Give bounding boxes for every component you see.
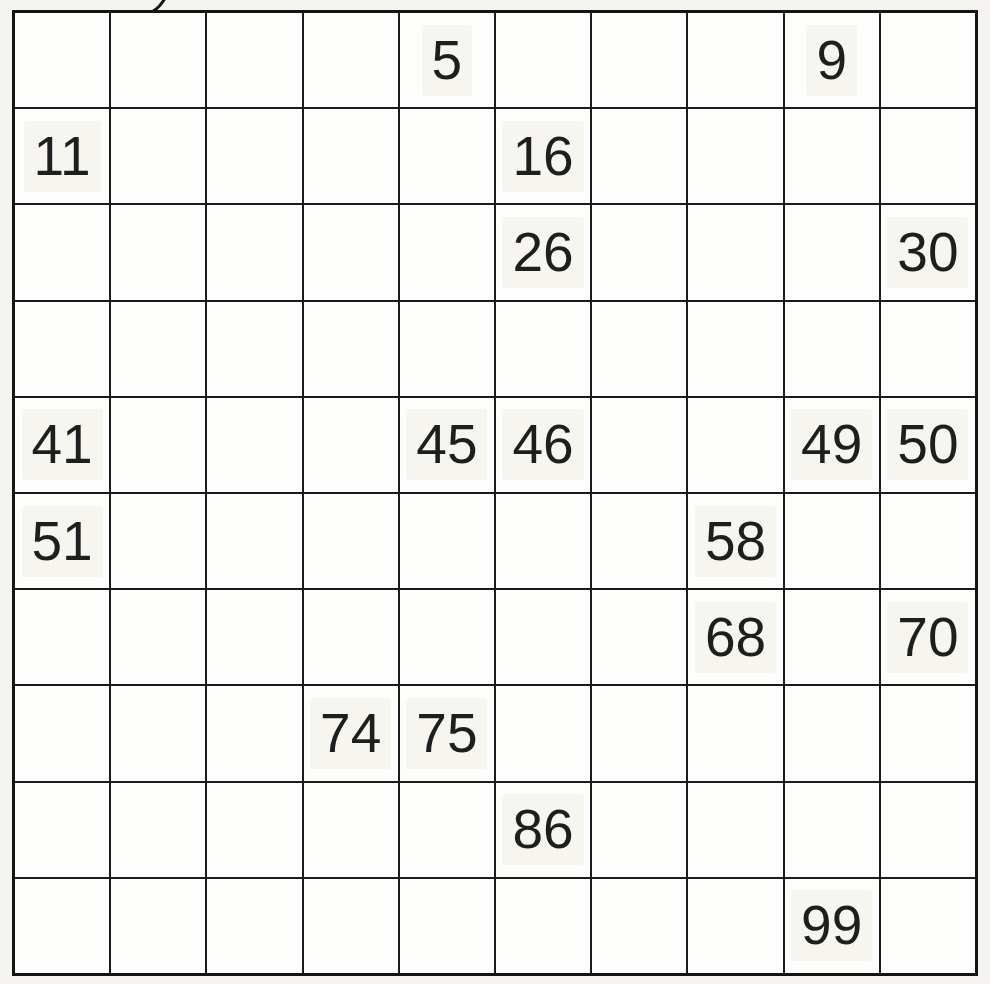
grid-cell-r1c2[interactable] [111,13,205,107]
grid-cell-r9c5[interactable] [400,783,494,877]
grid-cell-r10c5[interactable] [400,879,494,973]
grid-cell-r2c2[interactable] [111,109,205,203]
grid-cell-r10c10[interactable] [881,879,975,973]
grid-cell-r5c6: 46 [496,398,590,492]
given-number: 75 [406,698,487,769]
grid-cell-r2c4[interactable] [304,109,398,203]
grid-cell-r4c7[interactable] [592,302,686,396]
grid-cell-r10c6[interactable] [496,879,590,973]
grid-cell-r9c3[interactable] [207,783,301,877]
grid-cell-r7c3[interactable] [207,590,301,684]
given-number: 50 [887,409,968,480]
grid-cell-r2c9[interactable] [785,109,879,203]
given-number: 49 [791,409,872,480]
grid-cell-r1c4[interactable] [304,13,398,107]
grid-cell-r4c6[interactable] [496,302,590,396]
grid-cell-r1c3[interactable] [207,13,301,107]
grid-cell-r5c7[interactable] [592,398,686,492]
grid-cell-r6c9[interactable] [785,494,879,588]
grid-cell-r6c6[interactable] [496,494,590,588]
given-number: 30 [887,217,968,288]
grid-cell-r1c5: 5 [400,13,494,107]
given-number: 86 [502,794,583,865]
grid-cell-r6c1: 51 [15,494,109,588]
grid-cell-r3c3[interactable] [207,205,301,299]
grid-cell-r2c5[interactable] [400,109,494,203]
grid-cell-r5c8[interactable] [688,398,782,492]
grid-cell-r5c10: 50 [881,398,975,492]
grid-cell-r2c10[interactable] [881,109,975,203]
given-number: 99 [791,890,872,961]
grid-cell-r2c3[interactable] [207,109,301,203]
grid-cell-r1c10[interactable] [881,13,975,107]
grid-cell-r5c1: 41 [15,398,109,492]
grid-cell-r10c8[interactable] [688,879,782,973]
grid-cell-r7c5[interactable] [400,590,494,684]
grid-cell-r5c3[interactable] [207,398,301,492]
grid-cell-r10c1[interactable] [15,879,109,973]
given-number: 5 [422,25,473,96]
grid-cell-r2c1: 11 [15,109,109,203]
grid-cell-r1c7[interactable] [592,13,686,107]
grid-cell-r9c6: 86 [496,783,590,877]
grid-cell-r4c2[interactable] [111,302,205,396]
grid-cell-r1c8[interactable] [688,13,782,107]
grid-cell-r8c10[interactable] [881,686,975,780]
grid-cell-r1c9: 9 [785,13,879,107]
grid-cell-r5c5: 45 [400,398,494,492]
grid-cell-r6c5[interactable] [400,494,494,588]
grid-cell-r9c1[interactable] [15,783,109,877]
grid-cell-r9c9[interactable] [785,783,879,877]
grid-cell-r1c1[interactable] [15,13,109,107]
grid-cell-r7c6[interactable] [496,590,590,684]
grid-cell-r2c8[interactable] [688,109,782,203]
grid-cell-r3c7[interactable] [592,205,686,299]
board: 591116263041454649505158687074758699 [12,10,978,976]
given-number: 74 [310,698,391,769]
grid-cell-r10c4[interactable] [304,879,398,973]
grid-cell-r9c7[interactable] [592,783,686,877]
grid-cell-r9c4[interactable] [304,783,398,877]
grid-cell-r2c6: 16 [496,109,590,203]
grid-cell-r8c4: 74 [304,686,398,780]
given-number: 46 [502,409,583,480]
grid-cell-r6c2[interactable] [111,494,205,588]
grid-cell-r5c4[interactable] [304,398,398,492]
given-number: 45 [406,409,487,480]
grid-cell-r3c9[interactable] [785,205,879,299]
grid-cell-r8c5: 75 [400,686,494,780]
grid-cell-r10c9: 99 [785,879,879,973]
grid-cell-r3c6: 26 [496,205,590,299]
given-number: 26 [502,217,583,288]
grid-cell-r8c8[interactable] [688,686,782,780]
grid-cell-r8c6[interactable] [496,686,590,780]
grid-cell-r7c1[interactable] [15,590,109,684]
grid-cell-r6c3[interactable] [207,494,301,588]
grid-cell-r7c9[interactable] [785,590,879,684]
grid-cell-r7c10: 70 [881,590,975,684]
grid-cell-r3c8[interactable] [688,205,782,299]
grid-cell-r1c6[interactable] [496,13,590,107]
grid-cell-r8c3[interactable] [207,686,301,780]
grid-cell-r3c1[interactable] [15,205,109,299]
grid-cell-r4c10[interactable] [881,302,975,396]
grid-cell-r7c8: 68 [688,590,782,684]
grid-cell-r3c10: 30 [881,205,975,299]
given-number: 16 [502,121,583,192]
grid-cell-r6c8: 58 [688,494,782,588]
grid-cell-r7c4[interactable] [304,590,398,684]
grid-cell-r10c3[interactable] [207,879,301,973]
grid-cell-r8c1[interactable] [15,686,109,780]
grid-cell-r9c10[interactable] [881,783,975,877]
grid-cell-r6c10[interactable] [881,494,975,588]
given-number: 58 [695,506,776,577]
grid-cell-r6c7[interactable] [592,494,686,588]
grid-cell-r2c7[interactable] [592,109,686,203]
grid-cell-r4c1[interactable] [15,302,109,396]
given-number: 11 [24,121,101,192]
grid-cell-r8c9[interactable] [785,686,879,780]
grid-cell-r5c9: 49 [785,398,879,492]
given-number: 51 [22,506,103,577]
grid-cell-r8c2[interactable] [111,686,205,780]
grid-cell-r9c2[interactable] [111,783,205,877]
grid-cell-r8c7[interactable] [592,686,686,780]
grid-cell-r7c7[interactable] [592,590,686,684]
grid-cell-r10c7[interactable] [592,879,686,973]
grid-cell-r4c3[interactable] [207,302,301,396]
grid-cell-r4c9[interactable] [785,302,879,396]
grid-cell-r7c2[interactable] [111,590,205,684]
grid-cell-r4c5[interactable] [400,302,494,396]
grid-cell-r3c2[interactable] [111,205,205,299]
grid-cell-r9c8[interactable] [688,783,782,877]
given-number: 68 [695,602,776,673]
grid-cell-r10c2[interactable] [111,879,205,973]
grid-cell-r3c4[interactable] [304,205,398,299]
grid-cell-r4c4[interactable] [304,302,398,396]
grid-cell-r5c2[interactable] [111,398,205,492]
grid-cell-r3c5[interactable] [400,205,494,299]
grid-cell-r4c8[interactable] [688,302,782,396]
grid-cell-r6c4[interactable] [304,494,398,588]
given-number: 41 [22,409,103,480]
given-number: 9 [806,25,857,96]
given-number: 70 [887,602,968,673]
